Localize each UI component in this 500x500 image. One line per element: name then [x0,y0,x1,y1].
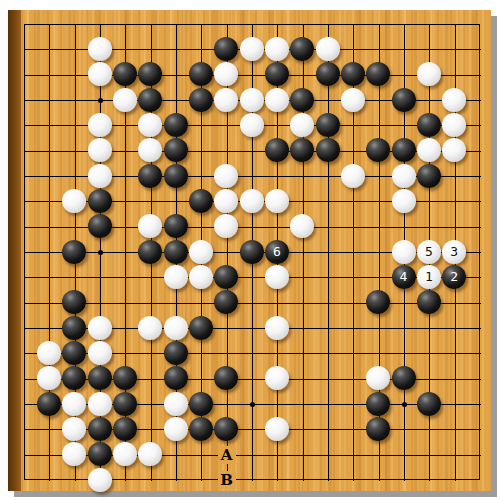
black-stone-glyph: ● [192,417,209,441]
white-stone-glyph: ○ [192,265,209,289]
black-stone: ● [164,341,188,365]
black-stone: ● [417,164,441,188]
white-stone-glyph: ○ [243,113,260,137]
white-stone-glyph: ○ [91,392,108,416]
star-point [250,402,255,407]
black-stone: ● [37,392,61,416]
white-stone-glyph: ○ [141,138,158,162]
white-stone: ○ [164,265,188,289]
white-stone-glyph: ○ [268,88,285,112]
black-stone: ● [417,113,441,137]
white-stone: ○ [442,138,466,162]
black-stone-glyph: ● [141,62,158,86]
black-stone: ● [113,62,137,86]
black-stone: ● [164,366,188,390]
white-stone-glyph: ○ [293,214,310,238]
star-point [402,402,407,407]
white-stone-glyph: ○ [141,113,158,137]
black-stone-glyph: ● [293,88,310,112]
white-stone: ○ [265,37,289,61]
black-stone: ● [214,366,238,390]
white-stone: ○ [392,164,416,188]
white-stone-glyph: ○ [243,189,260,213]
white-stone: ○ [189,265,213,289]
white-stone: ○ [214,189,238,213]
white-stone: ○ [164,417,188,441]
black-stone: ● [392,138,416,162]
black-stone: ● [88,366,112,390]
black-stone-glyph: ● [369,62,386,86]
black-stone: ● [138,62,162,86]
black-stone: ● [366,290,390,314]
white-stone-glyph: ○ [141,316,158,340]
black-stone: ● [316,138,340,162]
black-stone: ● [138,88,162,112]
black-stone-glyph: ● [192,189,209,213]
white-stone: ○ [265,316,289,340]
white-stone: ○ [138,214,162,238]
white-stone-glyph: ○ [217,189,234,213]
point-letter-label: B [218,471,236,489]
black-stone-glyph: ● [420,392,437,416]
white-stone: ○ [113,88,137,112]
black-stone: ● [88,189,112,213]
white-stone: ○ [240,88,264,112]
white-stone: ○ [88,62,112,86]
black-stone-glyph: ● [369,417,386,441]
grid-line-vertical [328,24,329,481]
black-stone: ● [341,62,365,86]
black-stone: ● [164,113,188,137]
white-stone-glyph: ○ [40,366,57,390]
white-stone-glyph: ○ [268,265,285,289]
black-stone-glyph: ● [369,138,386,162]
white-stone-glyph: ○ [395,164,412,188]
black-stone-glyph: ● [116,417,133,441]
black-stone: ● [240,240,264,264]
black-stone-glyph: ● [395,88,412,112]
black-stone: ● [290,88,314,112]
move-number-label: 3 [450,240,458,264]
black-stone-glyph: ● [141,164,158,188]
white-stone-glyph: ○ [141,442,158,466]
white-stone: ○ [62,442,86,466]
white-stone-glyph: ○ [243,88,260,112]
white-stone: ○ [138,113,162,137]
white-stone: ○ [88,37,112,61]
white-stone-glyph: ○ [293,113,310,137]
black-stone: ● [265,62,289,86]
white-stone: ○ [290,113,314,137]
white-stone: ○5 [417,240,441,264]
white-stone-glyph: ○ [445,138,462,162]
white-stone-glyph: ○ [65,442,82,466]
black-stone: ● [316,62,340,86]
go-board: ○●○○●○○●●●○●●●●○○●●○○○●○●○○○●○○●●○○○●●●●… [8,10,491,491]
white-stone-glyph: ○ [116,88,133,112]
black-stone: ● [366,392,390,416]
white-stone-glyph: ○ [268,366,285,390]
black-stone: ● [88,417,112,441]
black-stone-glyph: ● [40,392,57,416]
white-stone-glyph: ○ [91,138,108,162]
white-stone-glyph: ○ [91,316,108,340]
white-stone-glyph: ○ [420,62,437,86]
white-stone: ○ [113,442,137,466]
black-stone: ● [265,138,289,162]
black-stone: ● [62,366,86,390]
white-stone-glyph: ○ [91,62,108,86]
white-stone: ○ [240,113,264,137]
white-stone: ○ [62,417,86,441]
black-stone-glyph: ● [167,164,184,188]
black-stone: ● [113,366,137,390]
black-stone: ● [113,392,137,416]
white-stone-glyph: ○ [319,37,336,61]
white-stone: ○ [88,316,112,340]
white-stone-glyph: ○ [268,189,285,213]
black-stone-glyph: ● [65,240,82,264]
white-stone: ○ [392,240,416,264]
black-stone: ● [189,88,213,112]
black-stone: ● [290,37,314,61]
black-stone-glyph: ● [116,392,133,416]
black-stone: ● [164,138,188,162]
white-stone-glyph: ○ [268,417,285,441]
black-stone: ● [417,392,441,416]
black-stone-glyph: ● [167,113,184,137]
white-stone: ○ [88,113,112,137]
white-stone-glyph: ○ [445,88,462,112]
white-stone-glyph: ○ [167,316,184,340]
black-stone-glyph: ● [395,138,412,162]
black-stone: ● [62,316,86,340]
board-left-bevel-edge [8,10,21,491]
white-stone: ○ [265,189,289,213]
black-stone-glyph: ● [65,341,82,365]
white-stone-glyph: ○ [65,417,82,441]
white-stone-glyph: ○ [268,37,285,61]
black-stone-glyph: ● [91,189,108,213]
white-stone-glyph: ○ [369,366,386,390]
white-stone: ○ [316,37,340,61]
white-stone-glyph: ○ [395,240,412,264]
black-stone: ● [138,240,162,264]
white-stone-glyph: ○ [141,214,158,238]
black-stone-glyph: ● [217,265,234,289]
white-stone: ○ [62,392,86,416]
black-stone-glyph: ● [91,442,108,466]
black-stone: ● [290,138,314,162]
black-stone: ● [113,417,137,441]
black-stone-glyph: ● [141,240,158,264]
black-stone-glyph: ● [167,138,184,162]
black-stone: ● [214,265,238,289]
star-point [98,250,103,255]
white-stone-glyph: ○ [192,240,209,264]
star-point [98,98,103,103]
white-stone: ○3 [442,240,466,264]
black-stone-glyph: ● [192,88,209,112]
black-stone: ● [214,37,238,61]
white-stone-glyph: ○ [445,113,462,137]
white-stone: ○ [265,417,289,441]
grid-line-horizontal [24,303,481,304]
black-stone: ● [164,164,188,188]
white-stone-glyph: ○ [420,138,437,162]
white-stone-glyph: ○ [40,341,57,365]
black-stone-glyph: ● [141,88,158,112]
black-stone-glyph: ● [319,113,336,137]
white-stone: ○ [442,113,466,137]
white-stone-glyph: ○ [268,316,285,340]
black-stone: ●6 [265,240,289,264]
black-stone: ● [62,240,86,264]
white-stone: ○ [290,214,314,238]
black-stone: ● [214,417,238,441]
white-stone: ○ [138,138,162,162]
black-stone-glyph: ● [65,316,82,340]
point-letter-label: A [218,446,236,464]
black-stone-glyph: ● [192,392,209,416]
white-stone: ○ [164,316,188,340]
black-stone-glyph: ● [116,366,133,390]
black-stone-glyph: ● [217,417,234,441]
black-stone: ● [189,189,213,213]
white-stone-glyph: ○ [167,417,184,441]
black-stone: ● [88,214,112,238]
white-stone: ○ [37,341,61,365]
white-stone-glyph: ○ [243,37,260,61]
black-stone: ● [189,62,213,86]
black-stone-glyph: ● [420,113,437,137]
black-stone: ● [164,240,188,264]
white-stone-glyph: ○ [217,62,234,86]
black-stone: ● [62,341,86,365]
black-stone-glyph: ● [192,62,209,86]
white-stone: ○ [240,37,264,61]
white-stone-glyph: ○ [167,265,184,289]
black-stone-glyph: ● [293,37,310,61]
move-number-label: 4 [400,265,408,289]
white-stone: ○ [88,138,112,162]
black-stone-glyph: ● [167,214,184,238]
black-stone: ● [189,417,213,441]
white-stone: ○ [341,88,365,112]
black-stone-glyph: ● [65,290,82,314]
white-stone: ○ [214,214,238,238]
black-stone-glyph: ● [319,138,336,162]
white-stone-glyph: ○ [65,392,82,416]
black-stone-glyph: ● [319,62,336,86]
black-stone-glyph: ● [268,138,285,162]
black-stone-glyph: ● [167,341,184,365]
black-stone-glyph: ● [167,366,184,390]
white-stone: ○ [417,62,441,86]
black-stone-glyph: ● [192,316,209,340]
white-stone: ○1 [417,265,441,289]
black-stone: ● [417,290,441,314]
black-stone: ● [214,290,238,314]
move-number-label: 1 [425,265,433,289]
white-stone: ○ [189,240,213,264]
black-stone: ● [88,442,112,466]
white-stone: ○ [265,366,289,390]
black-stone-glyph: ● [344,62,361,86]
white-stone-glyph: ○ [91,468,108,492]
black-stone-glyph: ● [395,366,412,390]
black-stone: ● [62,290,86,314]
white-stone-glyph: ○ [91,37,108,61]
white-stone-glyph: ○ [217,214,234,238]
white-stone-glyph: ○ [91,164,108,188]
white-stone: ○ [341,164,365,188]
black-stone: ● [138,164,162,188]
white-stone: ○ [164,392,188,416]
black-stone-glyph: ● [91,214,108,238]
white-stone-glyph: ○ [395,189,412,213]
black-stone: ● [392,366,416,390]
move-number-label: 5 [425,240,433,264]
move-number-label: 2 [450,265,458,289]
white-stone: ○ [366,366,390,390]
black-stone-glyph: ● [268,62,285,86]
black-stone: ● [189,392,213,416]
black-stone-glyph: ● [293,138,310,162]
white-stone: ○ [214,164,238,188]
black-stone: ● [366,417,390,441]
white-stone: ○ [37,366,61,390]
white-stone-glyph: ○ [217,88,234,112]
black-stone: ● [392,88,416,112]
white-stone-glyph: ○ [116,442,133,466]
white-stone-glyph: ○ [344,88,361,112]
black-stone: ● [366,62,390,86]
white-stone: ○ [138,442,162,466]
page: { "game": "go", "board_size": 19, "posit… [0,0,500,500]
white-stone: ○ [88,164,112,188]
black-stone-glyph: ● [420,290,437,314]
white-stone-glyph: ○ [65,189,82,213]
black-stone-glyph: ● [167,240,184,264]
white-stone: ○ [62,189,86,213]
white-stone: ○ [88,341,112,365]
black-stone-glyph: ● [116,62,133,86]
black-stone-glyph: ● [369,392,386,416]
white-stone: ○ [138,316,162,340]
white-stone: ○ [417,138,441,162]
black-stone-glyph: ● [217,366,234,390]
move-number-label: 6 [273,240,281,264]
white-stone-glyph: ○ [167,392,184,416]
white-stone-glyph: ○ [91,341,108,365]
black-stone: ● [366,138,390,162]
black-stone-glyph: ● [65,366,82,390]
white-stone: ○ [442,88,466,112]
white-stone: ○ [265,88,289,112]
black-stone: ●4 [392,265,416,289]
black-stone-glyph: ● [369,290,386,314]
black-stone-glyph: ● [91,366,108,390]
black-stone: ● [316,113,340,137]
black-stone: ● [189,316,213,340]
white-stone: ○ [214,62,238,86]
white-stone-glyph: ○ [91,113,108,137]
white-stone: ○ [214,88,238,112]
black-stone: ●2 [442,265,466,289]
black-stone-glyph: ● [217,290,234,314]
white-stone: ○ [265,265,289,289]
black-stone-glyph: ● [243,240,260,264]
white-stone: ○ [392,189,416,213]
white-stone: ○ [88,392,112,416]
white-stone: ○ [240,189,264,213]
black-stone-glyph: ● [217,37,234,61]
white-stone-glyph: ○ [217,164,234,188]
black-stone-glyph: ● [420,164,437,188]
white-stone-glyph: ○ [344,164,361,188]
white-stone: ○ [88,468,112,492]
black-stone-glyph: ● [91,417,108,441]
black-stone: ● [164,214,188,238]
